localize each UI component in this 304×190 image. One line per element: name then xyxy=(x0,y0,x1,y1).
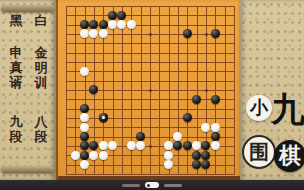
right-parchment-strip: 小九围棋 xyxy=(240,0,304,180)
stone-white xyxy=(80,123,89,132)
stone-black xyxy=(192,95,201,104)
quality-label-right xyxy=(164,184,182,187)
stone-white xyxy=(89,29,98,38)
stone-black xyxy=(80,132,89,141)
scroll-roller-top xyxy=(1,5,54,12)
stone-black xyxy=(99,113,108,122)
stone-black xyxy=(108,11,117,20)
white-player-rank: 八段 xyxy=(35,114,48,144)
quality-label-left xyxy=(122,184,140,187)
black-player-column: 黑申真谞九段 xyxy=(5,13,27,166)
stone-black xyxy=(201,160,210,169)
stone-black xyxy=(183,113,192,122)
stone-white xyxy=(80,113,89,122)
stone-black xyxy=(117,11,126,20)
stone-white xyxy=(164,151,173,160)
stone-white xyxy=(108,141,117,150)
stone-black xyxy=(183,141,192,150)
black-player-name: 申真谞 xyxy=(10,45,23,90)
stone-white xyxy=(201,123,210,132)
white-player-name: 金明训 xyxy=(35,45,48,90)
stone-black xyxy=(192,160,201,169)
stone-black xyxy=(201,151,210,160)
stone-black xyxy=(80,104,89,113)
stone-black xyxy=(183,29,192,38)
last-move-marker xyxy=(102,116,105,119)
player-info-scroll: 白金明训八段 黑申真谞九段 xyxy=(0,0,56,180)
stone-white xyxy=(80,29,89,38)
stone-white xyxy=(108,20,117,29)
stone-white xyxy=(80,67,89,76)
stone-white xyxy=(211,123,220,132)
stone-white xyxy=(117,20,126,29)
logo-badge-3: 围 xyxy=(242,135,276,169)
quality-toggle[interactable] xyxy=(145,182,159,188)
stone-white xyxy=(127,141,136,150)
logo-badge-1: 小 xyxy=(246,95,272,121)
stone-white xyxy=(164,160,173,169)
stone-white xyxy=(80,160,89,169)
stone-white xyxy=(164,141,173,150)
stone-black xyxy=(211,95,220,104)
stone-white xyxy=(173,132,182,141)
stone-black xyxy=(89,141,98,150)
stone-white xyxy=(99,141,108,150)
stone-white xyxy=(211,141,220,150)
stone-black xyxy=(89,85,98,94)
toggle-knob-icon xyxy=(147,184,150,187)
stone-black xyxy=(80,141,89,150)
stone-black xyxy=(80,20,89,29)
logo-badge-2: 九 xyxy=(270,92,304,128)
go-board xyxy=(56,0,244,181)
stone-black xyxy=(89,20,98,29)
black-player-rank: 九段 xyxy=(10,114,23,144)
white-player-column: 白金明训八段 xyxy=(30,13,52,166)
stone-black xyxy=(173,141,182,150)
star-point xyxy=(149,89,152,92)
stone-black xyxy=(136,132,145,141)
stone-white xyxy=(192,141,201,150)
stone-white xyxy=(136,141,145,150)
stone-black xyxy=(99,20,108,29)
star-point xyxy=(205,33,208,36)
logo-badge-4: 棋 xyxy=(274,140,304,172)
stone-black xyxy=(211,29,220,38)
star-point xyxy=(205,89,208,92)
white-player-color-label: 白 xyxy=(35,13,48,28)
stone-white xyxy=(71,151,80,160)
scroll-roller-bottom xyxy=(1,166,54,173)
black-player-color-label: 黑 xyxy=(10,13,23,28)
stone-white xyxy=(127,20,136,29)
stone-white xyxy=(89,151,98,160)
stone-black xyxy=(211,132,220,141)
stone-white xyxy=(99,29,108,38)
stone-black xyxy=(192,151,201,160)
video-frame: 白金明训八段 黑申真谞九段 小九围棋 xyxy=(0,0,304,180)
stone-black xyxy=(80,151,89,160)
stone-white xyxy=(99,151,108,160)
star-point xyxy=(149,33,152,36)
stone-black xyxy=(201,141,210,150)
video-control-bar xyxy=(0,180,304,190)
go-board-grid xyxy=(66,6,235,175)
star-point xyxy=(149,145,152,148)
